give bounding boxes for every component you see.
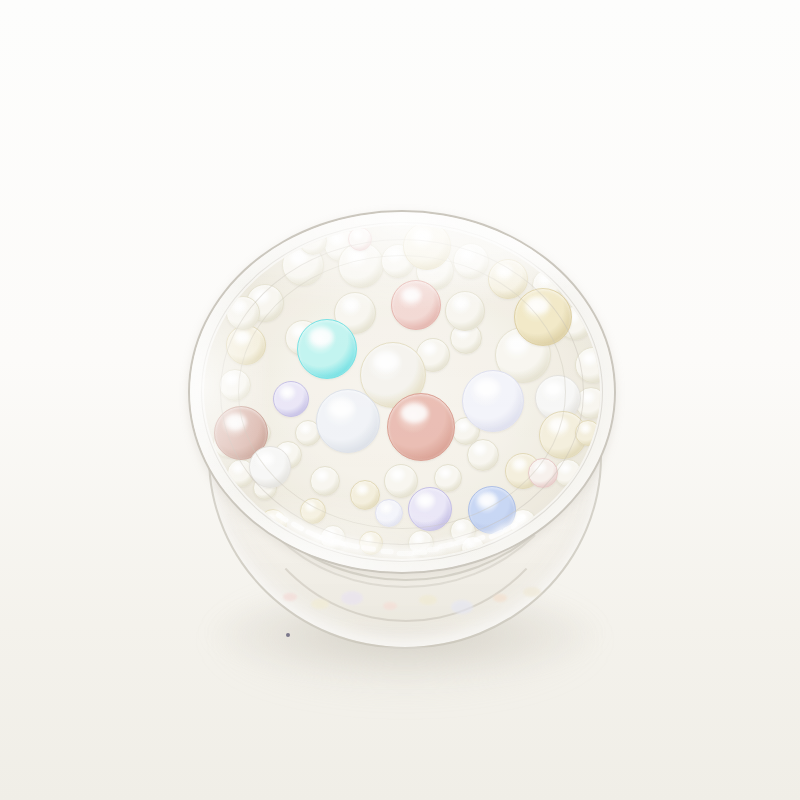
product-photo xyxy=(0,0,800,800)
rhinestone-pink xyxy=(391,280,441,330)
bead-highlight xyxy=(583,353,597,363)
rhinestone-chip xyxy=(341,591,363,604)
rhinestone-champagne xyxy=(350,480,380,510)
bead-highlight xyxy=(391,469,404,479)
bead-highlight xyxy=(233,464,243,472)
bead-highlight xyxy=(226,374,238,383)
bead-highlight xyxy=(423,343,436,353)
bead-highlight xyxy=(235,331,250,342)
bead-highlight xyxy=(440,469,450,477)
bead-highlight xyxy=(265,514,275,522)
rhinestone-clear xyxy=(219,369,251,401)
rhinestone-champagne xyxy=(226,325,266,365)
rhinestone-periwinkle xyxy=(462,370,524,432)
bead-highlight xyxy=(458,422,468,430)
rhinestone-fill xyxy=(204,225,600,559)
bead-highlight xyxy=(353,231,362,238)
bead-highlight xyxy=(310,328,333,345)
rhinestone-cyan xyxy=(297,319,357,379)
rhinestone-clear xyxy=(575,347,600,383)
dust-speck xyxy=(286,633,290,637)
bead-highlight xyxy=(581,424,591,431)
bead-highlight xyxy=(513,459,527,469)
bead-highlight xyxy=(301,424,311,431)
bead-highlight xyxy=(329,399,354,418)
rhinestone-iridring xyxy=(528,458,558,488)
bead-highlight xyxy=(348,249,366,262)
jar-lid xyxy=(188,210,616,574)
bead-highlight xyxy=(331,233,344,243)
rhinestone-periwinkle xyxy=(375,499,403,527)
rhinestone-lavender xyxy=(273,381,309,417)
rhinestone-champagne xyxy=(488,259,528,299)
bead-highlight xyxy=(535,463,546,471)
rhinestone-gold xyxy=(514,288,572,346)
rhinestone-chip xyxy=(451,600,473,613)
bead-highlight xyxy=(454,297,469,308)
bead-highlight xyxy=(414,534,424,541)
rhinestone-iridring xyxy=(348,227,372,251)
rhinestone-clear xyxy=(226,296,260,330)
bead-highlight xyxy=(306,502,316,509)
rhinestone-lavender xyxy=(408,487,452,531)
bead-highlight xyxy=(305,232,315,240)
bead-highlight xyxy=(225,414,246,430)
bead-highlight xyxy=(317,471,328,479)
bead-highlight xyxy=(402,288,421,302)
bead-highlight xyxy=(374,352,400,371)
bead-highlight xyxy=(560,464,570,472)
bead-highlight xyxy=(539,274,551,283)
rhinestone-whiteblue xyxy=(316,389,380,453)
bead-highlight xyxy=(258,453,274,465)
bead-highlight xyxy=(582,392,594,401)
bead-highlight xyxy=(545,382,563,395)
bead-highlight xyxy=(388,249,401,259)
rhinestone-champagne xyxy=(300,498,326,524)
sparkle-glint xyxy=(397,551,414,556)
bead-highlight xyxy=(475,379,499,397)
rhinestone-champagne xyxy=(575,420,600,446)
bead-highlight xyxy=(233,301,246,311)
rhinestone-clear xyxy=(310,466,340,496)
bead-highlight xyxy=(413,229,431,243)
rhinestone-clear xyxy=(384,464,418,498)
rhinestone-clear xyxy=(445,291,485,331)
bead-highlight xyxy=(343,299,359,311)
rhinestone-clear xyxy=(554,459,582,487)
rhinestone-clear xyxy=(453,243,489,279)
bead-highlight xyxy=(456,522,466,529)
bead-highlight xyxy=(254,290,268,301)
rhinestone-clear xyxy=(299,227,327,255)
bead-highlight xyxy=(381,504,391,512)
rhinestone-salmon xyxy=(387,393,455,461)
bead-highlight xyxy=(401,403,427,423)
bead-highlight xyxy=(461,249,475,259)
bead-highlight xyxy=(478,493,496,507)
bead-highlight xyxy=(526,297,548,314)
bead-highlight xyxy=(357,485,368,493)
bead-highlight xyxy=(497,265,512,276)
bead-highlight xyxy=(417,494,434,507)
rhinestone-pearl xyxy=(249,446,291,488)
rhinestone-clear xyxy=(467,439,499,471)
bead-highlight xyxy=(326,529,336,536)
bead-highlight xyxy=(549,418,567,432)
bead-highlight xyxy=(364,535,373,542)
bead-highlight xyxy=(474,444,486,453)
bead-highlight xyxy=(281,387,295,397)
